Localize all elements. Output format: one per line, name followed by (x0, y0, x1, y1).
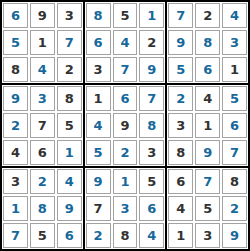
cell-r1c7[interactable]: 7 (168, 3, 193, 28)
cell-r1c3[interactable]: 3 (57, 3, 82, 28)
cell-r6c4[interactable]: 5 (86, 140, 111, 165)
cell-r3c5[interactable]: 7 (113, 57, 138, 82)
cell-r6c5[interactable]: 2 (113, 140, 138, 165)
cell-r8c5[interactable]: 3 (113, 196, 138, 221)
cell-r6c2[interactable]: 6 (30, 140, 55, 165)
cell-r4c4[interactable]: 1 (86, 86, 111, 111)
sudoku-box-3: 724983561 (167, 2, 248, 83)
cell-r8c8[interactable]: 5 (195, 196, 220, 221)
cell-r2c9[interactable]: 3 (222, 30, 247, 55)
cell-r7c4[interactable]: 9 (86, 169, 111, 194)
cell-r5c9[interactable]: 6 (222, 113, 247, 138)
cell-r7c2[interactable]: 2 (30, 169, 55, 194)
cell-r8c7[interactable]: 4 (168, 196, 193, 221)
cell-r8c1[interactable]: 1 (3, 196, 28, 221)
cell-r3c9[interactable]: 1 (222, 57, 247, 82)
cell-r5c2[interactable]: 7 (30, 113, 55, 138)
cell-r9c6[interactable]: 4 (139, 223, 164, 248)
cell-r9c1[interactable]: 7 (3, 223, 28, 248)
cell-r9c9[interactable]: 9 (222, 223, 247, 248)
cell-r6c3[interactable]: 1 (57, 140, 82, 165)
cell-r6c1[interactable]: 4 (3, 140, 28, 165)
cell-r4c2[interactable]: 3 (30, 86, 55, 111)
cell-r4c6[interactable]: 7 (139, 86, 164, 111)
cell-r9c2[interactable]: 5 (30, 223, 55, 248)
cell-r7c3[interactable]: 4 (57, 169, 82, 194)
cell-r5c3[interactable]: 5 (57, 113, 82, 138)
cell-r8c9[interactable]: 2 (222, 196, 247, 221)
cell-r1c6[interactable]: 1 (139, 3, 164, 28)
sudoku-box-8: 915736284 (85, 168, 166, 249)
cell-r7c6[interactable]: 5 (139, 169, 164, 194)
cell-r3c2[interactable]: 4 (30, 57, 55, 82)
cell-r1c8[interactable]: 2 (195, 3, 220, 28)
cell-r5c5[interactable]: 9 (113, 113, 138, 138)
cell-r8c6[interactable]: 6 (139, 196, 164, 221)
cell-r1c1[interactable]: 6 (3, 3, 28, 28)
cell-r8c4[interactable]: 7 (86, 196, 111, 221)
sudoku-box-2: 851642379 (85, 2, 166, 83)
cell-r9c8[interactable]: 3 (195, 223, 220, 248)
cell-r3c4[interactable]: 3 (86, 57, 111, 82)
cell-r1c2[interactable]: 9 (30, 3, 55, 28)
cell-r4c9[interactable]: 5 (222, 86, 247, 111)
cell-r9c7[interactable]: 1 (168, 223, 193, 248)
cell-r1c4[interactable]: 8 (86, 3, 111, 28)
cell-r2c3[interactable]: 7 (57, 30, 82, 55)
cell-r3c8[interactable]: 6 (195, 57, 220, 82)
cell-r2c8[interactable]: 8 (195, 30, 220, 55)
cell-r7c7[interactable]: 6 (168, 169, 193, 194)
cell-r4c8[interactable]: 4 (195, 86, 220, 111)
cell-r3c6[interactable]: 9 (139, 57, 164, 82)
cell-r5c1[interactable]: 2 (3, 113, 28, 138)
cell-r7c9[interactable]: 8 (222, 169, 247, 194)
cell-r5c7[interactable]: 3 (168, 113, 193, 138)
cell-r7c8[interactable]: 7 (195, 169, 220, 194)
cell-r1c5[interactable]: 5 (113, 3, 138, 28)
cell-r2c5[interactable]: 4 (113, 30, 138, 55)
cell-r4c5[interactable]: 6 (113, 86, 138, 111)
cell-r4c1[interactable]: 9 (3, 86, 28, 111)
cell-r6c9[interactable]: 7 (222, 140, 247, 165)
cell-r4c3[interactable]: 8 (57, 86, 82, 111)
cell-r2c2[interactable]: 1 (30, 30, 55, 55)
cell-r6c8[interactable]: 9 (195, 140, 220, 165)
cell-r7c5[interactable]: 1 (113, 169, 138, 194)
cell-r7c1[interactable]: 3 (3, 169, 28, 194)
cell-r9c4[interactable]: 2 (86, 223, 111, 248)
cell-r4c7[interactable]: 2 (168, 86, 193, 111)
cell-r5c6[interactable]: 8 (139, 113, 164, 138)
cell-r5c4[interactable]: 4 (86, 113, 111, 138)
sudoku-box-6: 245316897 (167, 85, 248, 166)
cell-r3c1[interactable]: 8 (3, 57, 28, 82)
cell-r2c7[interactable]: 9 (168, 30, 193, 55)
sudoku-box-7: 324189756 (2, 168, 83, 249)
cell-r6c7[interactable]: 8 (168, 140, 193, 165)
cell-r2c6[interactable]: 2 (139, 30, 164, 55)
cell-r8c3[interactable]: 9 (57, 196, 82, 221)
cell-r3c3[interactable]: 2 (57, 57, 82, 82)
sudoku-box-4: 938275461 (2, 85, 83, 166)
cell-r8c2[interactable]: 8 (30, 196, 55, 221)
sudoku-box-9: 678452139 (167, 168, 248, 249)
cell-r6c6[interactable]: 3 (139, 140, 164, 165)
cell-r9c5[interactable]: 8 (113, 223, 138, 248)
cell-r2c4[interactable]: 6 (86, 30, 111, 55)
sudoku-box-5: 167498523 (85, 85, 166, 166)
cell-r9c3[interactable]: 6 (57, 223, 82, 248)
cell-r3c7[interactable]: 5 (168, 57, 193, 82)
cell-r1c9[interactable]: 4 (222, 3, 247, 28)
cell-r5c8[interactable]: 1 (195, 113, 220, 138)
cell-r2c1[interactable]: 5 (3, 30, 28, 55)
sudoku-board: 6935178428516423797249835619382754611674… (0, 0, 250, 251)
sudoku-box-1: 693517842 (2, 2, 83, 83)
